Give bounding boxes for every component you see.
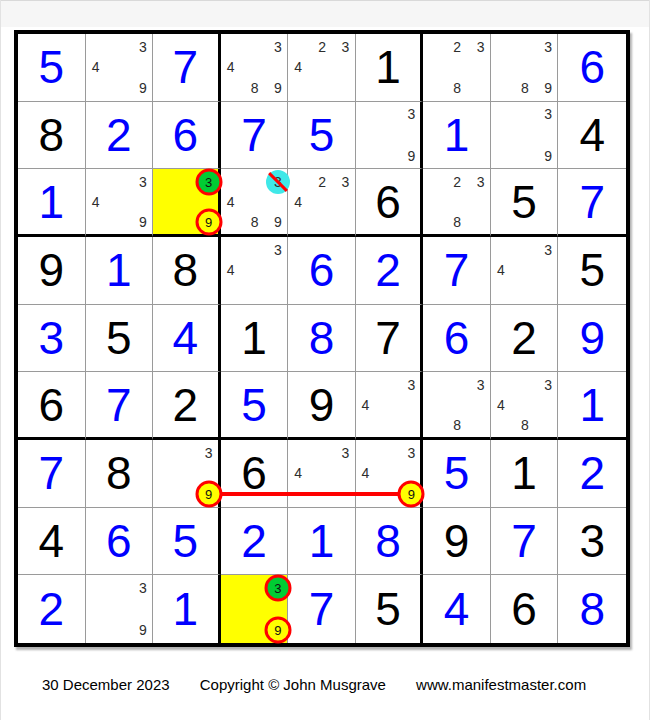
candidate-9: 9 [133, 212, 153, 232]
cell-r7c8[interactable]: 1 [491, 440, 559, 508]
solved-digit: 6 [579, 44, 605, 90]
given-digit: 5 [375, 586, 401, 632]
solved-digit: 2 [241, 518, 267, 564]
solved-digit: 7 [38, 450, 64, 496]
candidate-2: 2 [312, 37, 332, 57]
candidate-4: 4 [288, 463, 308, 483]
cell-r4c8[interactable]: 34 [491, 237, 559, 305]
cell-r5c7[interactable]: 6 [423, 305, 491, 373]
cell-r8c1[interactable]: 4 [18, 508, 86, 576]
given-digit: 1 [511, 450, 537, 496]
solved-digit: 1 [38, 179, 64, 225]
candidate-4: 4 [288, 57, 308, 77]
cell-r2c6[interactable]: 39 [356, 102, 424, 170]
cell-r9c7[interactable]: 4 [423, 575, 491, 643]
cell-r5c3[interactable]: 4 [153, 305, 221, 373]
cell-r9c9[interactable]: 8 [558, 575, 626, 643]
candidate-4: 4 [221, 260, 241, 280]
cell-r7c7[interactable]: 5 [423, 440, 491, 508]
solved-digit: 5 [38, 44, 64, 90]
candidate-9: 9 [133, 620, 153, 640]
solved-digit: 1 [173, 586, 199, 632]
cell-r2c5[interactable]: 5 [288, 102, 356, 170]
cell-r4c9[interactable]: 5 [558, 237, 626, 305]
candidate-2: 2 [447, 172, 467, 192]
candidate-3: 3 [538, 104, 558, 124]
given-digit: 5 [106, 315, 132, 361]
cell-r6c7[interactable]: 38 [423, 372, 491, 440]
cell-r5c9[interactable]: 9 [558, 305, 626, 373]
cell-r6c4[interactable]: 5 [221, 372, 289, 440]
given-digit: 8 [173, 247, 199, 293]
sudoku-board: 5349734892341238389682675391394134939348… [14, 30, 630, 647]
cell-r2c1[interactable]: 8 [18, 102, 86, 170]
solved-digit: 5 [309, 112, 335, 158]
solved-digit: 2 [38, 586, 64, 632]
cell-r5c8[interactable]: 2 [491, 305, 559, 373]
circled-candidate-9: 9 [195, 208, 222, 235]
cell-r9c6[interactable]: 5 [356, 575, 424, 643]
cell-r2c3[interactable]: 6 [153, 102, 221, 170]
solved-digit: 2 [106, 112, 132, 158]
candidate-2: 2 [447, 37, 467, 57]
cell-r1c3[interactable]: 7 [153, 34, 221, 102]
candidate-9: 9 [538, 78, 558, 98]
given-digit: 6 [38, 382, 64, 428]
cell-r4c1[interactable]: 9 [18, 237, 86, 305]
solved-digit: 6 [444, 315, 470, 361]
cell-r6c8[interactable]: 348 [491, 372, 559, 440]
cell-r3c7[interactable]: 238 [423, 169, 491, 237]
candidate-3: 3 [335, 172, 355, 192]
solved-digit: 7 [241, 112, 267, 158]
window-top-strip [0, 0, 650, 27]
cell-r4c5[interactable]: 6 [288, 237, 356, 305]
candidate-8: 8 [447, 78, 467, 98]
solved-digit: 7 [444, 247, 470, 293]
candidate-3: 3 [401, 443, 421, 463]
cell-r7c3[interactable]: 39 [153, 440, 221, 508]
cell-r6c9[interactable]: 1 [558, 372, 626, 440]
cell-r4c6[interactable]: 2 [356, 237, 424, 305]
solved-digit: 7 [173, 44, 199, 90]
solved-digit: 6 [309, 247, 335, 293]
candidate-9: 9 [133, 78, 153, 98]
candidate-4: 4 [355, 463, 375, 483]
cell-r6c5[interactable]: 9 [288, 372, 356, 440]
given-digit: 4 [579, 112, 605, 158]
solved-digit: 8 [375, 518, 401, 564]
candidate-8: 8 [447, 212, 467, 232]
cell-r2c7[interactable]: 1 [423, 102, 491, 170]
cell-r4c3[interactable]: 8 [153, 237, 221, 305]
solved-digit: 8 [309, 315, 335, 361]
cell-r6c3[interactable]: 2 [153, 372, 221, 440]
cell-r1c8[interactable]: 389 [491, 34, 559, 102]
given-digit: 7 [375, 315, 401, 361]
solved-digit: 4 [444, 586, 470, 632]
candidate-4: 4 [86, 192, 106, 212]
cell-r8c3[interactable]: 5 [153, 508, 221, 576]
solved-digit: 1 [444, 112, 470, 158]
cell-r4c4[interactable]: 34 [221, 237, 289, 305]
given-digit: 3 [579, 518, 605, 564]
cell-r1c9[interactable]: 6 [558, 34, 626, 102]
circled-candidate-9: 9 [264, 617, 291, 644]
candidate-8: 8 [447, 415, 467, 435]
given-digit: 8 [106, 450, 132, 496]
solved-digit: 7 [106, 382, 132, 428]
given-digit: 5 [511, 179, 537, 225]
candidate-3: 3 [538, 37, 558, 57]
candidate-8: 8 [245, 78, 265, 98]
given-digit: 8 [38, 112, 64, 158]
solved-digit: 2 [375, 247, 401, 293]
candidate-4: 4 [221, 192, 241, 212]
cell-r8c2[interactable]: 6 [86, 508, 154, 576]
footer-copyright: Copyright © John Musgrave [200, 676, 386, 693]
given-digit: 9 [444, 518, 470, 564]
cell-r2c9[interactable]: 4 [558, 102, 626, 170]
circled-candidate-3: 3 [264, 575, 291, 602]
left-edge-line [0, 0, 1, 720]
given-digit: 1 [241, 315, 267, 361]
cell-r1c1[interactable]: 5 [18, 34, 86, 102]
cell-r8c6[interactable]: 8 [356, 508, 424, 576]
cell-r6c2[interactable]: 7 [86, 372, 154, 440]
cell-r2c4[interactable]: 7 [221, 102, 289, 170]
candidate-8: 8 [245, 212, 265, 232]
cell-r3c9[interactable]: 7 [558, 169, 626, 237]
solved-digit: 8 [579, 586, 605, 632]
candidate-3: 3 [133, 578, 153, 598]
candidate-4: 4 [491, 260, 511, 280]
given-digit: 6 [511, 586, 537, 632]
cell-r8c4[interactable]: 2 [221, 508, 289, 576]
given-digit: 5 [579, 247, 605, 293]
cell-r5c1[interactable]: 3 [18, 305, 86, 373]
candidate-2: 2 [312, 172, 332, 192]
solved-digit: 2 [579, 450, 605, 496]
candidate-3: 3 [538, 240, 558, 260]
cell-r1c6[interactable]: 1 [356, 34, 424, 102]
cell-r3c2[interactable]: 349 [86, 169, 154, 237]
candidate-8: 8 [515, 78, 535, 98]
cell-r8c8[interactable]: 7 [491, 508, 559, 576]
circled-candidate-3: 3 [195, 168, 222, 195]
candidate-4: 4 [221, 57, 241, 77]
cell-r7c2[interactable]: 8 [86, 440, 154, 508]
solved-digit: 6 [106, 518, 132, 564]
candidate-3: 3 [133, 172, 153, 192]
solved-digit: 4 [173, 315, 199, 361]
candidate-3: 3 [199, 443, 219, 463]
cell-r9c5[interactable]: 7 [288, 575, 356, 643]
cell-r1c7[interactable]: 238 [423, 34, 491, 102]
solved-digit: 7 [579, 179, 605, 225]
candidate-9: 9 [268, 78, 288, 98]
solved-digit: 5 [444, 450, 470, 496]
candidate-3: 3 [471, 375, 491, 395]
cell-r7c6[interactable]: 349 [356, 440, 424, 508]
cell-r4c7[interactable]: 7 [423, 237, 491, 305]
cell-r3c8[interactable]: 5 [491, 169, 559, 237]
given-digit: 6 [375, 179, 401, 225]
cell-r3c6[interactable]: 6 [356, 169, 424, 237]
cell-r6c1[interactable]: 6 [18, 372, 86, 440]
candidate-3: 3 [133, 37, 153, 57]
solved-digit: 7 [309, 586, 335, 632]
given-digit: 2 [511, 315, 537, 361]
candidate-3: 3 [335, 443, 355, 463]
candidate-3: 3 [401, 375, 421, 395]
candidate-3: 3 [471, 37, 491, 57]
given-digit: 2 [173, 382, 199, 428]
given-digit: 4 [38, 518, 64, 564]
cell-r1c5[interactable]: 234 [288, 34, 356, 102]
cell-r7c4[interactable]: 6 [221, 440, 289, 508]
circled-candidate-9: 9 [398, 480, 425, 507]
solved-digit: 5 [241, 382, 267, 428]
cell-r7c5[interactable]: 34 [288, 440, 356, 508]
given-digit: 6 [241, 450, 267, 496]
candidate-3: 3 [268, 37, 288, 57]
solved-digit: 3 [38, 315, 64, 361]
cell-r2c2[interactable]: 2 [86, 102, 154, 170]
cell-r9c1[interactable]: 2 [18, 575, 86, 643]
candidate-9: 9 [538, 146, 558, 166]
cell-r2c8[interactable]: 39 [491, 102, 559, 170]
cell-r8c9[interactable]: 3 [558, 508, 626, 576]
solved-digit: 1 [309, 518, 335, 564]
solved-digit: 1 [106, 247, 132, 293]
candidate-4: 4 [86, 57, 106, 77]
cell-r1c4[interactable]: 3489 [221, 34, 289, 102]
cell-r6c6[interactable]: 34 [356, 372, 424, 440]
solved-digit: 5 [173, 518, 199, 564]
cell-r5c5[interactable]: 8 [288, 305, 356, 373]
chain-link-line [209, 492, 412, 496]
solved-digit: 6 [173, 112, 199, 158]
cell-r5c4[interactable]: 1 [221, 305, 289, 373]
cell-r7c1[interactable]: 7 [18, 440, 86, 508]
cell-r3c3[interactable]: 39 [153, 169, 221, 237]
solved-digit: 7 [511, 518, 537, 564]
given-digit: 1 [375, 44, 401, 90]
cell-r5c2[interactable]: 5 [86, 305, 154, 373]
cell-r4c2[interactable]: 1 [86, 237, 154, 305]
candidate-4: 4 [288, 192, 308, 212]
circled-candidate-9: 9 [195, 480, 222, 507]
cell-r3c4[interactable]: 3489 [221, 169, 289, 237]
candidate-8: 8 [515, 415, 535, 435]
footer: 30 December 2023 Copyright © John Musgra… [0, 676, 650, 693]
given-digit: 9 [38, 247, 64, 293]
candidate-4: 4 [355, 395, 375, 415]
footer-website[interactable]: www.manifestmaster.com [416, 676, 586, 693]
given-digit: 9 [309, 382, 335, 428]
cell-r5c6[interactable]: 7 [356, 305, 424, 373]
solved-digit: 1 [579, 382, 605, 428]
cell-r7c9[interactable]: 2 [558, 440, 626, 508]
candidate-9: 9 [401, 146, 421, 166]
cell-r9c2[interactable]: 39 [86, 575, 154, 643]
cell-r9c4[interactable]: 39 [221, 575, 289, 643]
candidate-4: 4 [491, 395, 511, 415]
cell-r3c5[interactable]: 234 [288, 169, 356, 237]
cell-r8c7[interactable]: 9 [423, 508, 491, 576]
footer-date: 30 December 2023 [42, 676, 170, 693]
candidate-3: 3 [538, 375, 558, 395]
cell-r9c3[interactable]: 1 [153, 575, 221, 643]
cell-r8c5[interactable]: 1 [288, 508, 356, 576]
cell-r1c2[interactable]: 349 [86, 34, 154, 102]
candidate-3: 3 [401, 104, 421, 124]
candidate-3: 3 [335, 37, 355, 57]
candidate-3: 3 [471, 172, 491, 192]
cell-r3c1[interactable]: 1 [18, 169, 86, 237]
candidate-9: 9 [268, 212, 288, 232]
solved-digit: 9 [579, 315, 605, 361]
candidate-3: 3 [268, 240, 288, 260]
cell-r9c8[interactable]: 6 [491, 575, 559, 643]
